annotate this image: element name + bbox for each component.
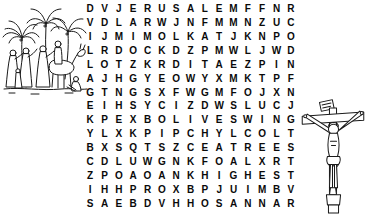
grid-cell-r11c12[interactable]: R [241,141,255,155]
grid-cell-r6c13[interactable]: T [255,72,269,86]
grid-cell-r4c7[interactable]: D [169,44,183,58]
grid-cell-r3c6[interactable]: O [155,30,169,44]
grid-cell-r11c7[interactable]: Z [169,141,183,155]
grid-cell-r3c14[interactable]: P [269,30,283,44]
grid-cell-r6c6[interactable]: E [155,72,169,86]
worksheet-page: DVJERUSALEMFFNRVDLARWJNFMMNZUCIJMIMOLKAT… [0,0,368,215]
grid-cell-r14c8[interactable]: B [183,183,197,197]
grid-cell-r5c14[interactable]: I [269,58,283,72]
grid-cell-r5c11[interactable]: E [226,58,240,72]
grid-cell-r15c7[interactable]: H [169,197,183,211]
grid-cell-r11c15[interactable]: S [284,141,298,155]
grid-cell-r5c4[interactable]: Z [126,58,140,72]
grid-cell-r2c11[interactable]: M [226,16,240,30]
grid-cell-r5c8[interactable]: I [183,58,197,72]
grid-cell-r10c9[interactable]: H [198,127,212,141]
grid-cell-r13c12[interactable]: H [241,169,255,183]
grid-cell-r15c8[interactable]: H [183,197,197,211]
grid-cell-r2c9[interactable]: F [198,16,212,30]
grid-cell-r15c12[interactable]: N [241,197,255,211]
grid-cell-r8c5[interactable]: Y [140,100,154,114]
grid-cell-r13c13[interactable]: E [255,169,269,183]
grid-cell-r2c8[interactable]: N [183,16,197,30]
grid-cell-r7c10[interactable]: M [212,86,226,100]
grid-cell-r8c4[interactable]: S [126,100,140,114]
grid-cell-r8c7[interactable]: I [169,100,183,114]
grid-cell-r6c10[interactable]: X [212,72,226,86]
grid-cell-r7c4[interactable]: G [126,86,140,100]
grid-cell-r3c2[interactable]: J [97,30,111,44]
grid-cell-r10c7[interactable]: P [169,127,183,141]
grid-cell-r14c5[interactable]: R [140,183,154,197]
grid-cell-r6c1[interactable]: A [83,72,97,86]
grid-cell-r12c13[interactable]: X [255,155,269,169]
grid-cell-r11c6[interactable]: S [155,141,169,155]
grid-cell-r7c15[interactable]: N [284,86,298,100]
grid-cell-r11c13[interactable]: E [255,141,269,155]
grid-cell-r13c11[interactable]: G [226,169,240,183]
grid-cell-r12c4[interactable]: U [126,155,140,169]
grid-cell-r14c2[interactable]: H [97,183,111,197]
grid-cell-r15c3[interactable]: E [112,197,126,211]
grid-cell-r11c14[interactable]: E [269,141,283,155]
grid-cell-r1c10[interactable]: E [212,2,226,16]
grid-cell-r14c12[interactable]: I [241,183,255,197]
grid-cell-r12c6[interactable]: G [155,155,169,169]
grid-cell-r1c1[interactable]: D [83,2,97,16]
grid-cell-r4c11[interactable]: W [226,44,240,58]
grid-cell-r14c15[interactable]: V [284,183,298,197]
grid-cell-r14c3[interactable]: H [112,183,126,197]
grid-cell-r12c2[interactable]: D [97,155,111,169]
grid-cell-r13c3[interactable]: O [112,169,126,183]
grid-cell-r3c3[interactable]: M [112,30,126,44]
grid-cell-r7c12[interactable]: O [241,86,255,100]
grid-cell-r3c9[interactable]: A [198,30,212,44]
grid-cell-r5c7[interactable]: D [169,58,183,72]
grid-cell-r13c1[interactable]: Z [83,169,97,183]
grid-cell-r6c11[interactable]: M [226,72,240,86]
grid-cell-r6c8[interactable]: W [183,72,197,86]
grid-cell-r3c1[interactable]: I [83,30,97,44]
grid-cell-r7c13[interactable]: J [255,86,269,100]
grid-cell-r8c15[interactable]: J [284,100,298,114]
grid-cell-r10c4[interactable]: K [126,127,140,141]
grid-cell-r13c5[interactable]: O [140,169,154,183]
grid-cell-r12c1[interactable]: C [83,155,97,169]
grid-cell-r11c2[interactable]: X [97,141,111,155]
grid-cell-r8c11[interactable]: S [226,100,240,114]
grid-cell-r8c9[interactable]: D [198,100,212,114]
grid-cell-r6c15[interactable]: F [284,72,298,86]
grid-cell-r9c3[interactable]: E [112,113,126,127]
grid-cell-r9c2[interactable]: P [97,113,111,127]
grid-cell-r6c12[interactable]: K [241,72,255,86]
grid-cell-r8c10[interactable]: W [212,100,226,114]
grid-cell-r12c11[interactable]: A [226,155,240,169]
grid-cell-r10c1[interactable]: Y [83,127,97,141]
grid-cell-r11c10[interactable]: A [212,141,226,155]
grid-cell-r14c4[interactable]: P [126,183,140,197]
grid-cell-r2c3[interactable]: L [112,16,126,30]
grid-cell-r2c1[interactable]: V [83,16,97,30]
grid-cell-r7c14[interactable]: X [269,86,283,100]
grid-cell-r5c9[interactable]: T [198,58,212,72]
grid-cell-r2c14[interactable]: U [269,16,283,30]
grid-cell-r4c14[interactable]: W [269,44,283,58]
grid-cell-r9c10[interactable]: E [212,113,226,127]
grid-cell-r15c5[interactable]: D [140,197,154,211]
grid-cell-r12c8[interactable]: K [183,155,197,169]
grid-cell-r12c12[interactable]: L [241,155,255,169]
grid-cell-r13c6[interactable]: A [155,169,169,183]
grid-cell-r10c10[interactable]: Y [212,127,226,141]
grid-cell-r11c11[interactable]: T [226,141,240,155]
grid-cell-r6c4[interactable]: G [126,72,140,86]
grid-cell-r1c9[interactable]: L [198,2,212,16]
palm-sunday-illustration [1,7,89,105]
grid-cell-r3c7[interactable]: L [169,30,183,44]
grid-cell-r11c5[interactable]: T [140,141,154,155]
grid-cell-r9c5[interactable]: B [140,113,154,127]
grid-cell-r7c2[interactable]: T [97,86,111,100]
grid-cell-r12c10[interactable]: O [212,155,226,169]
grid-cell-r9c15[interactable]: G [284,113,298,127]
grid-cell-r15c2[interactable]: A [97,197,111,211]
grid-cell-r12c14[interactable]: R [269,155,283,169]
grid-cell-r7c11[interactable]: F [226,86,240,100]
grid-cell-r1c14[interactable]: N [269,2,283,16]
grid-cell-r10c6[interactable]: I [155,127,169,141]
grid-cell-r3c11[interactable]: J [226,30,240,44]
grid-cell-r5c1[interactable]: L [83,58,97,72]
grid-cell-r6c9[interactable]: Y [198,72,212,86]
grid-cell-r2c15[interactable]: C [284,16,298,30]
grid-cell-r7c1[interactable]: G [83,86,97,100]
grid-cell-r11c9[interactable]: E [198,141,212,155]
grid-cell-r4c1[interactable]: L [83,44,97,58]
grid-cell-r7c5[interactable]: S [140,86,154,100]
grid-cell-r1c6[interactable]: U [155,2,169,16]
grid-cell-r11c1[interactable]: B [83,141,97,155]
grid-cell-r5c5[interactable]: K [140,58,154,72]
grid-cell-r8c13[interactable]: U [255,100,269,114]
grid-cell-r15c9[interactable]: O [198,197,212,211]
grid-cell-r9c13[interactable]: I [255,113,269,127]
grid-cell-r13c15[interactable]: T [284,169,298,183]
grid-cell-r2c13[interactable]: Z [255,16,269,30]
grid-cell-r15c6[interactable]: V [155,197,169,211]
grid-cell-r7c3[interactable]: N [112,86,126,100]
grid-cell-r10c12[interactable]: C [241,127,255,141]
grid-cell-r12c9[interactable]: F [198,155,212,169]
grid-cell-r9c7[interactable]: L [169,113,183,127]
grid-cell-r10c3[interactable]: X [112,127,126,141]
grid-cell-r4c2[interactable]: R [97,44,111,58]
grid-cell-r13c4[interactable]: A [126,169,140,183]
grid-cell-r14c13[interactable]: M [255,183,269,197]
grid-cell-r10c5[interactable]: P [140,127,154,141]
grid-cell-r4c8[interactable]: Z [183,44,197,58]
grid-cell-r13c14[interactable]: S [269,169,283,183]
grid-cell-r10c14[interactable]: L [269,127,283,141]
grid-cell-r4c10[interactable]: M [212,44,226,58]
grid-cell-r13c2[interactable]: P [97,169,111,183]
grid-cell-r1c5[interactable]: R [140,2,154,16]
grid-cell-r9c9[interactable]: V [198,113,212,127]
grid-cell-r1c11[interactable]: M [226,2,240,16]
grid-cell-r15c14[interactable]: A [269,197,283,211]
grid-cell-r2c4[interactable]: A [126,16,140,30]
grid-cell-r4c15[interactable]: D [284,44,298,58]
grid-cell-r8c3[interactable]: H [112,100,126,114]
grid-cell-r12c7[interactable]: N [169,155,183,169]
grid-cell-r6c5[interactable]: Y [140,72,154,86]
grid-cell-r8c1[interactable]: E [83,100,97,114]
grid-cell-r7c8[interactable]: W [183,86,197,100]
grid-cell-r10c15[interactable]: T [284,127,298,141]
grid-cell-r9c1[interactable]: K [83,113,97,127]
grid-cell-r5c6[interactable]: R [155,58,169,72]
grid-cell-r9c6[interactable]: O [155,113,169,127]
grid-cell-r3c10[interactable]: T [212,30,226,44]
grid-cell-r1c4[interactable]: E [126,2,140,16]
grid-cell-r1c7[interactable]: S [169,2,183,16]
grid-cell-r11c3[interactable]: S [112,141,126,155]
grid-cell-r3c15[interactable]: O [284,30,298,44]
grid-cell-r15c13[interactable]: N [255,197,269,211]
grid-cell-r13c8[interactable]: K [183,169,197,183]
grid-cell-r9c12[interactable]: W [241,113,255,127]
grid-cell-r4c3[interactable]: D [112,44,126,58]
grid-cell-r4c12[interactable]: L [241,44,255,58]
grid-cell-r13c7[interactable]: N [169,169,183,183]
grid-cell-r15c11[interactable]: A [226,197,240,211]
grid-cell-r2c2[interactable]: D [97,16,111,30]
word-search-grid: DVJERUSALEMFFNRVDLARWJNFMMNZUCIJMIMOLKAT… [83,2,298,211]
grid-cell-r3c8[interactable]: K [183,30,197,44]
grid-cell-r7c9[interactable]: G [198,86,212,100]
grid-cell-r12c5[interactable]: W [140,155,154,169]
grid-cell-r2c7[interactable]: J [169,16,183,30]
grid-cell-r2c10[interactable]: M [212,16,226,30]
grid-cell-r11c8[interactable]: C [183,141,197,155]
grid-cell-r1c2[interactable]: V [97,2,111,16]
grid-cell-r1c8[interactable]: A [183,2,197,16]
grid-cell-r7c7[interactable]: F [169,86,183,100]
grid-cell-r10c8[interactable]: C [183,127,197,141]
grid-cell-r8c2[interactable]: I [97,100,111,114]
grid-cell-r5c3[interactable]: T [112,58,126,72]
grid-cell-r5c12[interactable]: Z [241,58,255,72]
grid-cell-r8c14[interactable]: C [269,100,283,114]
grid-cell-r6c2[interactable]: J [97,72,111,86]
grid-cell-r8c12[interactable]: L [241,100,255,114]
grid-cell-r13c9[interactable]: H [198,169,212,183]
grid-cell-r10c2[interactable]: L [97,127,111,141]
grid-cell-r5c10[interactable]: A [212,58,226,72]
grid-cell-r15c15[interactable]: R [284,197,298,211]
grid-cell-r4c13[interactable]: J [255,44,269,58]
grid-cell-r14c9[interactable]: P [198,183,212,197]
grid-cell-r3c13[interactable]: N [255,30,269,44]
grid-cell-r13c10[interactable]: I [212,169,226,183]
grid-cell-r6c14[interactable]: P [269,72,283,86]
grid-cell-r10c13[interactable]: O [255,127,269,141]
grid-cell-r9c8[interactable]: I [183,113,197,127]
grid-cell-r4c6[interactable]: K [155,44,169,58]
grid-cell-r6c7[interactable]: O [169,72,183,86]
grid-cell-r7c6[interactable]: X [155,86,169,100]
grid-cell-r14c11[interactable]: U [226,183,240,197]
grid-cell-r15c1[interactable]: S [83,197,97,211]
grid-cell-r3c12[interactable]: K [241,30,255,44]
grid-cell-r3c5[interactable]: M [140,30,154,44]
grid-cell-r9c11[interactable]: S [226,113,240,127]
grid-cell-r9c4[interactable]: X [126,113,140,127]
grid-cell-r10c11[interactable]: L [226,127,240,141]
grid-cell-r12c15[interactable]: T [284,155,298,169]
grid-cell-r6c3[interactable]: H [112,72,126,86]
grid-cell-r5c13[interactable]: P [255,58,269,72]
grid-cell-r3c4[interactable]: I [126,30,140,44]
grid-cell-r15c4[interactable]: B [126,197,140,211]
grid-cell-r4c9[interactable]: P [198,44,212,58]
grid-cell-r14c14[interactable]: B [269,183,283,197]
grid-cell-r14c1[interactable]: I [83,183,97,197]
grid-cell-r2c6[interactable]: W [155,16,169,30]
grid-cell-r14c7[interactable]: X [169,183,183,197]
grid-cell-r14c6[interactable]: O [155,183,169,197]
grid-cell-r9c14[interactable]: N [269,113,283,127]
grid-cell-r5c2[interactable]: O [97,58,111,72]
grid-cell-r4c4[interactable]: O [126,44,140,58]
grid-cell-r8c6[interactable]: C [155,100,169,114]
grid-cell-r1c3[interactable]: J [112,2,126,16]
grid-cell-r5c15[interactable]: N [284,58,298,72]
grid-cell-r1c13[interactable]: F [255,2,269,16]
grid-cell-r15c10[interactable]: S [212,197,226,211]
grid-cell-r2c5[interactable]: R [140,16,154,30]
crucifixion-illustration [299,99,368,215]
grid-cell-r2c12[interactable]: N [241,16,255,30]
grid-cell-r14c10[interactable]: J [212,183,226,197]
grid-cell-r12c3[interactable]: L [112,155,126,169]
grid-cell-r1c12[interactable]: F [241,2,255,16]
grid-cell-r11c4[interactable]: Q [126,141,140,155]
grid-cell-r1c15[interactable]: R [284,2,298,16]
grid-cell-r8c8[interactable]: Z [183,100,197,114]
grid-cell-r4c5[interactable]: C [140,44,154,58]
